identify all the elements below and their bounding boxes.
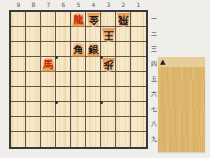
board-cell[interactable] [131,72,146,87]
board-grid [11,12,146,147]
board-cell[interactable] [71,117,86,132]
board-cell[interactable] [11,27,26,42]
rank-labels: 一二三四五六七八九 [150,12,158,147]
board-cell[interactable] [116,42,131,57]
board-cell[interactable] [41,102,56,117]
file-label: 2 [116,1,131,8]
board-cell[interactable] [11,87,26,102]
shogi-piece-rook[interactable]: 飛 [116,12,131,27]
board-cell[interactable] [131,57,146,72]
board-cell[interactable] [71,72,86,87]
board-cell[interactable] [26,27,41,42]
shogi-piece-king[interactable]: 王 [101,27,116,42]
piece-kanji: 飛 [117,13,130,27]
file-label: 7 [41,1,56,8]
hoshi-point [100,101,103,104]
board-cell[interactable] [56,117,71,132]
board-cell[interactable] [11,57,26,72]
sente-piece-stand: ▲ [158,57,205,152]
file-label: 3 [101,1,116,8]
board-cell[interactable] [71,132,86,147]
board-cell[interactable] [71,102,86,117]
board-cell[interactable] [116,117,131,132]
board-cell[interactable] [56,27,71,42]
shogi-piece-promoted-bishop[interactable]: 馬 [41,57,56,72]
board-cell[interactable] [116,87,131,102]
board-cell[interactable] [71,27,86,42]
board-cell[interactable] [131,27,146,42]
rank-label: 五 [150,72,158,87]
shogi-piece-gold[interactable]: 金 [86,12,101,27]
board-cell[interactable] [131,87,146,102]
board-cell[interactable] [101,12,116,27]
board-cell[interactable] [86,117,101,132]
board-cell[interactable] [131,42,146,57]
board-cell[interactable] [41,42,56,57]
board-cell[interactable] [116,102,131,117]
board-cell[interactable] [26,72,41,87]
piece-kanji: 歩 [102,58,115,72]
board-cell[interactable] [41,132,56,147]
file-label: 5 [71,1,86,8]
piece-kanji: 馬 [42,58,55,72]
piece-kanji: 角 [72,43,85,57]
board-cell[interactable] [56,132,71,147]
board-cell[interactable] [101,132,116,147]
board-cell[interactable] [86,132,101,147]
sente-marker-icon: ▲ [160,57,165,67]
board-cell[interactable] [101,72,116,87]
board-cell[interactable] [56,42,71,57]
rank-label: 九 [150,132,158,147]
board-cell[interactable] [11,12,26,27]
piece-kanji: 金 [87,13,100,27]
board-cell[interactable] [41,12,56,27]
board-cell[interactable] [131,102,146,117]
board-cell[interactable] [56,12,71,27]
board-cell[interactable] [11,117,26,132]
shogi-piece-silver[interactable]: 銀 [86,42,101,57]
rank-label: 六 [150,87,158,102]
board-cell[interactable] [26,132,41,147]
board-cell[interactable] [26,87,41,102]
shogi-board: 龍金飛王角銀馬歩 [9,10,148,149]
rank-label: 七 [150,102,158,117]
file-label: 1 [131,1,146,8]
board-cell[interactable] [26,12,41,27]
board-cell[interactable] [131,117,146,132]
file-label: 4 [86,1,101,8]
file-label: 9 [11,1,26,8]
board-cell[interactable] [11,42,26,57]
shogi-piece-promoted-rook[interactable]: 龍 [71,12,86,27]
board-cell[interactable] [11,132,26,147]
rank-label: 二 [150,27,158,42]
board-cell[interactable] [86,72,101,87]
board-cell[interactable] [11,72,26,87]
shogi-piece-pawn[interactable]: 歩 [101,57,116,72]
board-cell[interactable] [26,42,41,57]
board-cell[interactable] [116,72,131,87]
board-cell[interactable] [131,132,146,147]
piece-kanji: 王 [102,28,115,42]
board-cell[interactable] [101,87,116,102]
board-cell[interactable] [41,27,56,42]
board-cell[interactable] [101,117,116,132]
piece-stand-header: ▲ [158,57,205,67]
board-cell[interactable] [101,42,116,57]
file-labels: 987654321 [11,1,146,8]
rank-label: 四 [150,57,158,72]
board-cell[interactable] [116,57,131,72]
rank-label: 一 [150,12,158,27]
board-cell[interactable] [86,27,101,42]
shogi-piece-bishop[interactable]: 角 [71,42,86,57]
piece-kanji: 銀 [87,43,100,57]
rank-label: 八 [150,117,158,132]
piece-stand-tray [158,67,205,152]
board-cell[interactable] [71,57,86,72]
board-cell[interactable] [116,27,131,42]
board-cell[interactable] [86,87,101,102]
board-cell[interactable] [71,87,86,102]
board-cell[interactable] [41,117,56,132]
board-cell[interactable] [41,87,56,102]
board-cell[interactable] [56,57,71,72]
board-cell[interactable] [116,132,131,147]
rank-label: 三 [150,42,158,57]
board-cell[interactable] [131,12,146,27]
board-cell[interactable] [56,102,71,117]
board-cell[interactable] [56,72,71,87]
piece-kanji: 龍 [72,13,85,27]
board-cell[interactable] [86,102,101,117]
board-cell[interactable] [101,102,116,117]
file-label: 6 [56,1,71,8]
board-cell[interactable] [26,57,41,72]
board-cell[interactable] [26,117,41,132]
board-cell[interactable] [56,87,71,102]
board-cell[interactable] [11,102,26,117]
file-label: 8 [26,1,41,8]
board-cell[interactable] [41,72,56,87]
hoshi-point [55,101,58,104]
shogi-diagram: 987654321 龍金飛王角銀馬歩 一二三四五六七八九 ▲ [0,0,210,158]
board-cell[interactable] [26,102,41,117]
board-cell[interactable] [86,57,101,72]
